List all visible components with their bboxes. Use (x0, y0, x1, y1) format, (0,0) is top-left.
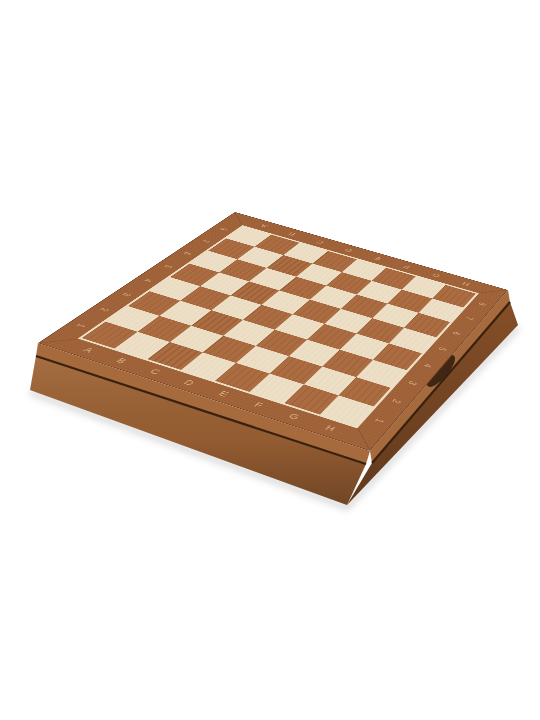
coord-file-b-back: B (287, 231, 297, 236)
coord-file-g-back: G (431, 272, 442, 278)
coord-rank-3-right: 3 (406, 380, 419, 386)
coord-rank-5-right: 5 (436, 346, 448, 352)
coord-file-d-back: D (343, 248, 353, 253)
coord-rank-6-left: 6 (182, 251, 193, 256)
coord-file-f-front: F (252, 401, 265, 409)
coord-rank-3-left: 3 (120, 292, 132, 297)
coord-file-e-back: E (372, 256, 382, 261)
border-miter-joint (38, 338, 82, 343)
coord-file-f-back: F (402, 264, 411, 269)
coord-file-a-front: A (81, 347, 95, 354)
coord-file-c-back: C (315, 239, 326, 244)
coord-rank-4-left: 4 (142, 278, 154, 283)
coord-file-c-front: C (148, 368, 162, 376)
border-miter-joint (476, 290, 508, 294)
coord-rank-8-right: 8 (477, 302, 488, 307)
coord-rank-1-right: 1 (373, 417, 386, 424)
coord-file-d-front: D (182, 379, 196, 387)
coord-file-e-front: E (217, 390, 230, 398)
coord-file-h-front: H (324, 424, 337, 432)
coord-rank-6-right: 6 (450, 331, 462, 336)
coord-file-g-front: G (287, 413, 301, 421)
coord-rank-4-right: 4 (422, 363, 434, 369)
coord-file-a-back: A (259, 223, 269, 228)
border-miter-joint (356, 426, 371, 451)
coord-rank-7-right: 7 (464, 316, 475, 321)
coord-file-h-back: H (461, 281, 471, 287)
coord-rank-7-left: 7 (200, 239, 211, 243)
coord-rank-5-left: 5 (162, 264, 174, 269)
coord-rank-8-left: 8 (218, 227, 229, 231)
coord-file-b-front: B (115, 357, 129, 364)
coord-rank-2-right: 2 (390, 398, 403, 404)
coord-rank-1-left: 1 (74, 323, 87, 329)
product-photo-stage: AABBCCDDEEFFGGHH1122334455667788 (0, 0, 540, 720)
coord-rank-2-left: 2 (98, 307, 111, 312)
